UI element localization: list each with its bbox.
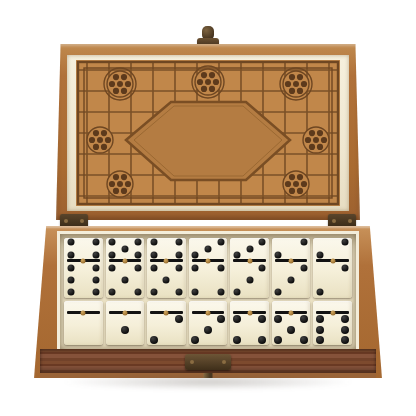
pip [134, 252, 141, 259]
pip [134, 265, 141, 272]
tile-half-top [189, 238, 228, 259]
tile-half-top [272, 238, 311, 259]
tile-half-bottom [64, 262, 103, 298]
pip [316, 326, 324, 334]
pip [341, 315, 349, 323]
pip [163, 277, 170, 284]
pip [192, 252, 199, 259]
pip [121, 277, 128, 284]
pip [150, 238, 157, 245]
tile-half-bottom [230, 314, 269, 345]
domino-tray [60, 234, 356, 349]
pip [274, 315, 282, 323]
pip [217, 288, 224, 295]
box-lid [56, 44, 360, 220]
pip [300, 265, 307, 272]
lattice-carving [76, 60, 340, 206]
tile-half-bottom [272, 314, 311, 345]
tile-half-top [147, 238, 186, 259]
domino-tile-3-4[interactable] [189, 238, 228, 298]
domino-tile-0-5[interactable] [272, 301, 311, 345]
pip [109, 238, 116, 245]
domino-tile-4-6[interactable] [64, 238, 103, 298]
pip [150, 288, 157, 295]
tile-half-bottom [313, 262, 352, 298]
pip [275, 252, 282, 259]
pip [233, 288, 240, 295]
pip [300, 238, 307, 245]
ground-shadow [64, 374, 352, 390]
pip [316, 336, 324, 344]
pip [109, 265, 116, 272]
pip [93, 277, 100, 284]
tile-half-bottom [272, 262, 311, 298]
pip [134, 288, 141, 295]
tile-half-bottom [106, 314, 145, 345]
pip [93, 252, 100, 259]
pip [288, 277, 295, 284]
pip [258, 315, 266, 323]
pip [341, 326, 349, 334]
pip [342, 265, 349, 272]
domino-tile-3-3[interactable] [230, 238, 269, 298]
tile-half-bottom [147, 262, 186, 298]
domino-tile-0-1[interactable] [106, 301, 145, 345]
pip [134, 238, 141, 245]
pip [233, 252, 240, 259]
pip [67, 265, 74, 272]
tile-half-top [313, 238, 352, 259]
pip [259, 265, 266, 272]
domino-tile-0-2[interactable] [147, 301, 186, 345]
pip [246, 245, 253, 252]
pip [67, 252, 74, 259]
pip [67, 277, 74, 284]
pip [93, 288, 100, 295]
domino-tile-5-5[interactable] [106, 238, 145, 298]
lattice-panel [76, 60, 340, 206]
pip [150, 265, 157, 272]
tile-half-bottom [230, 262, 269, 298]
pip [204, 326, 212, 334]
pip [175, 315, 183, 323]
pip [67, 238, 74, 245]
domino-tile-2-3[interactable] [272, 238, 311, 298]
domino-tile-4-5[interactable] [147, 238, 186, 298]
pip [192, 265, 199, 272]
pip [150, 336, 158, 344]
domino-tile-0-4[interactable] [230, 301, 269, 345]
pip [233, 315, 241, 323]
pip [150, 252, 157, 259]
pip [176, 288, 183, 295]
pip [191, 336, 199, 344]
pip [109, 288, 116, 295]
pip [217, 265, 224, 272]
pip [67, 288, 74, 295]
domino-tile-0-6[interactable] [313, 301, 352, 345]
tile-half-bottom [313, 314, 352, 345]
pip [316, 252, 323, 259]
pip [93, 238, 100, 245]
tile-half-bottom [189, 314, 228, 345]
pip [192, 288, 199, 295]
pip [217, 238, 224, 245]
tile-half-bottom [64, 314, 103, 345]
pip [246, 277, 253, 284]
pip [300, 336, 308, 344]
domino-box-scene [0, 0, 416, 416]
pip [233, 336, 241, 344]
tile-half-bottom [106, 262, 145, 298]
pip [274, 336, 282, 344]
box-base [34, 226, 382, 378]
pip [259, 238, 266, 245]
domino-grid [60, 234, 356, 349]
domino-tile-0-0[interactable] [64, 301, 103, 345]
tile-half-top [106, 238, 145, 259]
pip [316, 315, 324, 323]
pip [275, 288, 282, 295]
pip [109, 252, 116, 259]
pip [300, 315, 308, 323]
pip [342, 238, 349, 245]
pip [316, 288, 323, 295]
pip [287, 326, 295, 334]
tile-half-top [64, 238, 103, 259]
pip [204, 245, 211, 252]
pip [121, 326, 129, 334]
pip [176, 252, 183, 259]
tile-half-top [230, 238, 269, 259]
pip [93, 265, 100, 272]
pip [341, 336, 349, 344]
domino-tile-0-3[interactable] [189, 301, 228, 345]
pip [217, 315, 225, 323]
pip [258, 336, 266, 344]
domino-tile-2-2[interactable] [313, 238, 352, 298]
tile-half-bottom [147, 314, 186, 345]
pip [121, 245, 128, 252]
front-latch [185, 354, 231, 370]
pip [176, 238, 183, 245]
pip [176, 265, 183, 272]
tile-half-bottom [189, 262, 228, 298]
